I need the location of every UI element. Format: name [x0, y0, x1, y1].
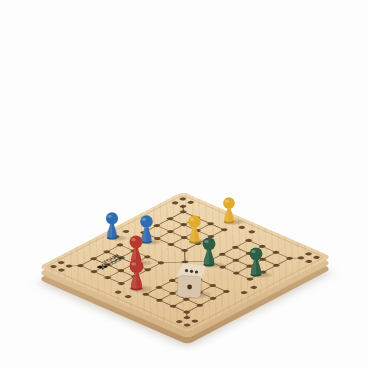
pawn-green	[246, 247, 266, 277]
pawn-yellow	[220, 197, 238, 224]
pawn-blue	[103, 212, 121, 240]
product-photo-stage: YOUR LOGO	[0, 0, 367, 367]
pawn-red	[126, 259, 147, 291]
wooden-die	[170, 260, 210, 302]
pieces-layer	[0, 0, 367, 367]
